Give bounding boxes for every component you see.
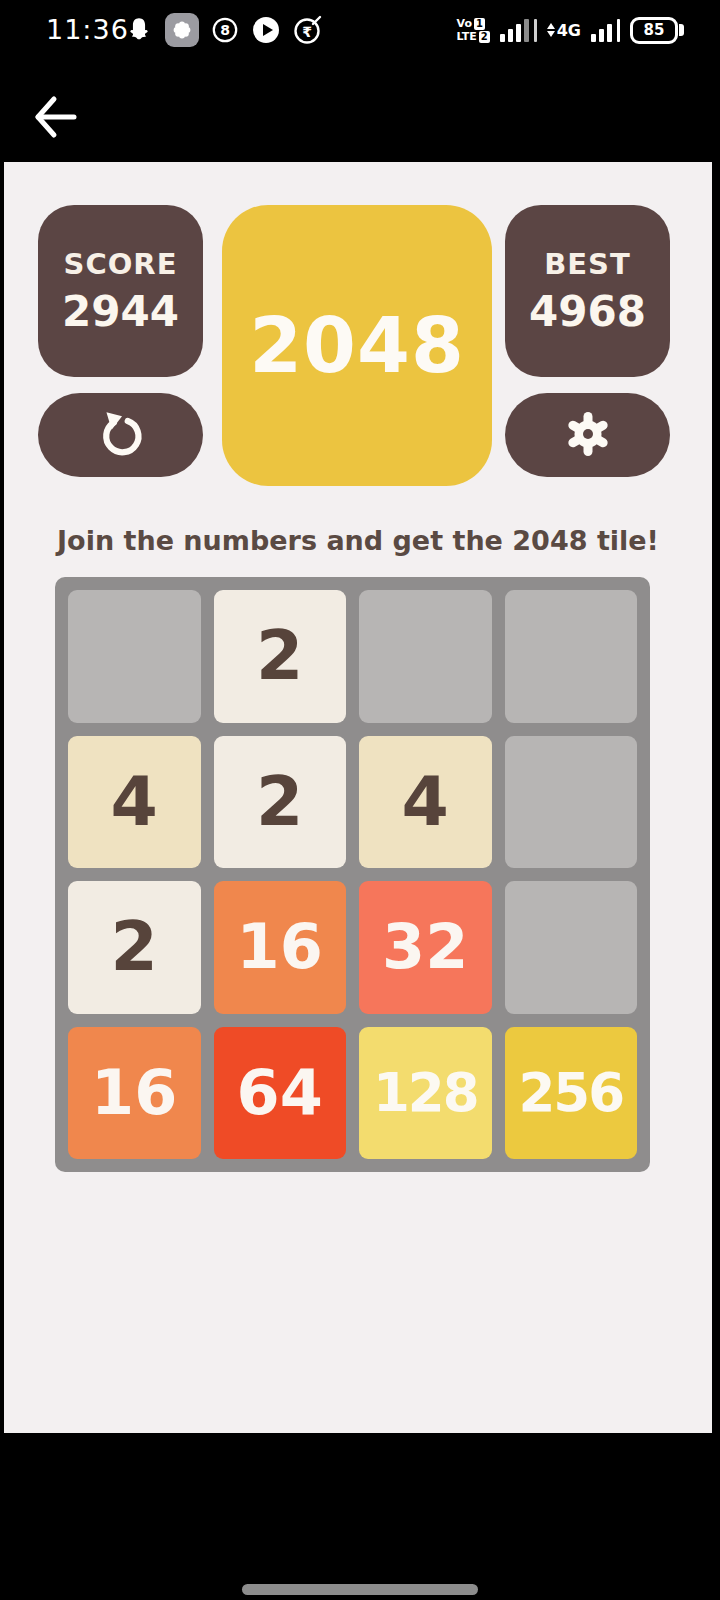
gear-icon bbox=[563, 409, 613, 462]
logo-2048-tile: 2048 bbox=[222, 205, 492, 486]
restart-icon bbox=[95, 408, 147, 463]
camera-app-icon bbox=[165, 13, 199, 47]
board-grid[interactable]: 2424216321664128256 bbox=[55, 577, 650, 1172]
status-bar: 11:36 8 bbox=[0, 0, 720, 60]
back-button[interactable] bbox=[28, 88, 84, 148]
best-badge: BEST 4968 bbox=[505, 205, 670, 377]
empty-cell bbox=[359, 590, 492, 723]
tile-16: 16 bbox=[214, 881, 347, 1014]
clock: 11:36 bbox=[46, 14, 129, 45]
tile-32: 32 bbox=[359, 881, 492, 1014]
best-value: 4968 bbox=[529, 287, 646, 336]
tile-4: 4 bbox=[359, 736, 492, 869]
snapchat-ghost-icon bbox=[124, 15, 154, 45]
restart-button[interactable] bbox=[38, 393, 203, 477]
game-screen: SCORE 2944 2048 BEST 4968 bbox=[4, 162, 712, 1433]
tile-2: 2 bbox=[214, 736, 347, 869]
video-play-icon bbox=[251, 15, 281, 45]
notification-icons: 8 ₹ bbox=[124, 12, 322, 48]
score-badge: SCORE 2944 bbox=[38, 205, 203, 377]
sim1-badge: 1 bbox=[474, 18, 485, 30]
tile-256: 256 bbox=[505, 1027, 638, 1160]
logo-text: 2048 bbox=[249, 301, 465, 390]
network-type: 4G bbox=[547, 21, 581, 40]
svg-text:₹: ₹ bbox=[302, 24, 312, 40]
battery-indicator: 85 bbox=[630, 17, 684, 44]
network-label: 4G bbox=[557, 21, 581, 40]
data-arrows-icon bbox=[547, 23, 555, 37]
rupee-payment-icon: ₹ bbox=[292, 15, 322, 45]
best-label: BEST bbox=[544, 247, 631, 281]
empty-cell bbox=[505, 590, 638, 723]
tile-128: 128 bbox=[359, 1027, 492, 1160]
tile-16: 16 bbox=[68, 1027, 201, 1160]
volte-text-bottom: LTE bbox=[457, 31, 477, 42]
sim2-badge: 2 bbox=[479, 31, 490, 43]
empty-cell bbox=[68, 590, 201, 723]
tile-2: 2 bbox=[214, 590, 347, 723]
eight-ball-icon: 8 bbox=[210, 15, 240, 45]
battery-nub bbox=[679, 24, 684, 36]
tile-4: 4 bbox=[68, 736, 201, 869]
empty-cell bbox=[505, 736, 638, 869]
settings-button[interactable] bbox=[505, 393, 670, 477]
score-label: SCORE bbox=[64, 247, 178, 281]
tile-2: 2 bbox=[68, 881, 201, 1014]
svg-text:8: 8 bbox=[220, 22, 230, 38]
tile-64: 64 bbox=[214, 1027, 347, 1160]
score-value: 2944 bbox=[62, 287, 179, 336]
signal-bars-sim2 bbox=[591, 18, 620, 42]
home-indicator[interactable] bbox=[242, 1584, 478, 1595]
battery-percent: 85 bbox=[644, 21, 665, 39]
volte-indicator: Vo 1 LTE 2 bbox=[457, 18, 490, 43]
signal-bars-sim1 bbox=[500, 18, 537, 42]
volte-text-top: Vo bbox=[457, 18, 472, 29]
system-status-icons: Vo 1 LTE 2 4G 85 bbox=[457, 10, 684, 50]
arrow-left-icon bbox=[30, 91, 82, 146]
empty-cell bbox=[505, 881, 638, 1014]
game-subtitle: Join the numbers and get the 2048 tile! bbox=[4, 525, 712, 556]
